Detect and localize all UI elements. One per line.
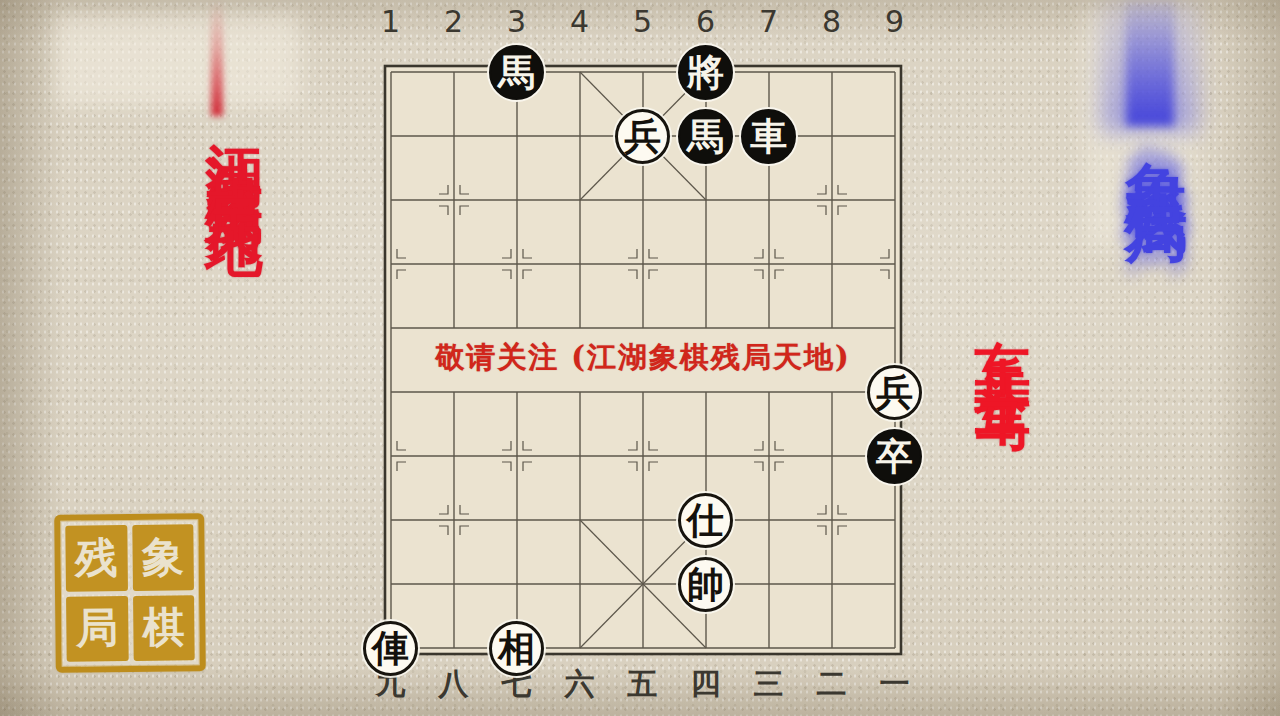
top-label-4: 4 [548,4,611,39]
pieces-layer: 馬將兵馬車兵卒仕帥俥相 [359,40,926,680]
piece-red-pawn[interactable]: 兵 [867,365,922,420]
board-point-3-10: 相 [485,616,548,680]
board-point-6-1: 將 [674,40,737,104]
motion-blur-band-left [55,14,300,106]
board-point-5-2: 兵 [611,104,674,168]
board-point-9-7: 卒 [863,424,926,488]
piece-red-pawn[interactable]: 兵 [615,109,670,164]
piece-black-pawn[interactable]: 卒 [867,429,922,484]
board-point-9-6: 兵 [863,360,926,424]
board-point-6-9: 帥 [674,552,737,616]
piece-black-general[interactable]: 將 [678,45,733,100]
seal-char: 象 [132,524,194,590]
piece-red-elephant[interactable]: 相 [489,621,544,676]
video-frame: 123456789 九八七六五四三二一 敬请关注 (江湖象棋残局天地) 馬將兵馬… [0,0,1280,716]
right-red-banner-text: 车兵斗车马 [966,294,1042,374]
top-label-1: 1 [359,4,422,39]
left-banner-text: 江湖象棋残局天地 [196,98,273,186]
piece-red-chariot[interactable]: 俥 [363,621,418,676]
seal-char: 棋 [133,595,195,661]
top-label-6: 6 [674,4,737,39]
piece-black-chariot[interactable]: 車 [741,109,796,164]
piece-red-general[interactable]: 帥 [678,557,733,612]
piece-red-advisor[interactable]: 仕 [678,493,733,548]
board-point-6-2: 馬 [674,104,737,168]
piece-black-horse[interactable]: 馬 [489,45,544,100]
top-label-9: 9 [863,4,926,39]
board-point-6-8: 仕 [674,488,737,552]
top-label-7: 7 [737,4,800,39]
top-label-8: 8 [800,4,863,39]
file-numbers-top: 123456789 [359,4,926,39]
top-label-3: 3 [485,4,548,39]
board-point-3-1: 馬 [485,40,548,104]
seal-stamp: 残 象 局 棋 [54,513,206,673]
seal-char: 局 [66,596,128,662]
top-label-2: 2 [422,4,485,39]
board-point-1-10: 俥 [359,616,422,680]
top-label-5: 5 [611,4,674,39]
right-blue-banner-text: 象棋残局 [1114,112,1198,172]
seal-grid: 残 象 局 棋 [65,524,194,661]
piece-black-horse[interactable]: 馬 [678,109,733,164]
board-point-7-2: 車 [737,104,800,168]
blue-motion-streak [1126,0,1174,126]
seal-char: 残 [65,525,127,591]
